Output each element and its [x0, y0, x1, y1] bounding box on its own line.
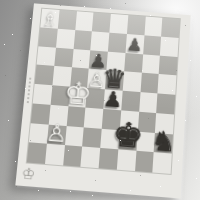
square-b6[interactable] — [54, 47, 73, 67]
square-c8[interactable] — [75, 11, 94, 31]
square-g7[interactable] — [143, 35, 162, 55]
square-f8[interactable] — [127, 15, 146, 35]
square-b7[interactable] — [56, 28, 75, 48]
square-e7[interactable] — [108, 32, 127, 52]
square-h8[interactable] — [161, 18, 179, 38]
square-f7[interactable]: ♟ — [125, 34, 144, 54]
square-d7[interactable] — [91, 31, 110, 51]
square-e4[interactable]: ♟ — [103, 89, 122, 110]
white-king-c4[interactable]: ♔ — [63, 77, 93, 109]
white-pawn-b2[interactable]: ♙ — [45, 122, 68, 147]
square-h5[interactable] — [158, 74, 177, 95]
square-h2[interactable]: ♞ — [154, 133, 173, 154]
square-a8[interactable]: ♗ — [40, 9, 59, 29]
photo-scene: ♗♟♟♙♛♔♟♙♚♞ ♔ — [0, 0, 200, 200]
square-a6[interactable] — [37, 46, 56, 66]
square-c4[interactable]: ♔ — [68, 87, 87, 108]
black-knight-h2[interactable]: ♞ — [150, 127, 176, 156]
square-d2[interactable] — [82, 127, 101, 148]
square-g6[interactable] — [141, 54, 160, 74]
square-h4[interactable] — [156, 93, 175, 114]
square-c1[interactable] — [63, 145, 83, 166]
board-grid: ♗♟♟♙♛♔♟♙♚♞ — [27, 9, 180, 174]
black-pawn-e4[interactable]: ♟ — [103, 89, 124, 112]
square-f2[interactable]: ♚ — [118, 130, 137, 151]
square-d8[interactable] — [92, 13, 111, 33]
square-c7[interactable] — [73, 30, 92, 50]
square-g8[interactable] — [144, 16, 163, 36]
square-h7[interactable] — [160, 36, 179, 56]
square-g4[interactable] — [139, 92, 158, 113]
square-e8[interactable] — [109, 14, 128, 34]
film-grain-light — [0, 0, 1, 1]
square-a5[interactable] — [35, 65, 54, 85]
square-b8[interactable] — [58, 10, 77, 30]
square-g5[interactable] — [140, 73, 159, 94]
black-pawn-f7[interactable]: ♟ — [126, 36, 143, 54]
black-king-f2[interactable]: ♚ — [111, 117, 144, 154]
square-a4[interactable] — [33, 84, 52, 105]
square-h6[interactable] — [159, 55, 178, 75]
film-grain-dark — [0, 0, 1, 1]
square-c6[interactable] — [71, 49, 90, 69]
square-d1[interactable] — [81, 147, 101, 168]
white-bishop-a8[interactable]: ♗ — [40, 10, 59, 30]
square-b2[interactable]: ♙ — [47, 124, 67, 145]
board-border: ♗♟♟♙♛♔♟♙♚♞ ♔ — [15, 3, 190, 198]
chess-board: ♗♟♟♙♛♔♟♙♚♞ ♔ — [15, 3, 190, 198]
crown-emblem-icon: ♔ — [17, 163, 39, 186]
